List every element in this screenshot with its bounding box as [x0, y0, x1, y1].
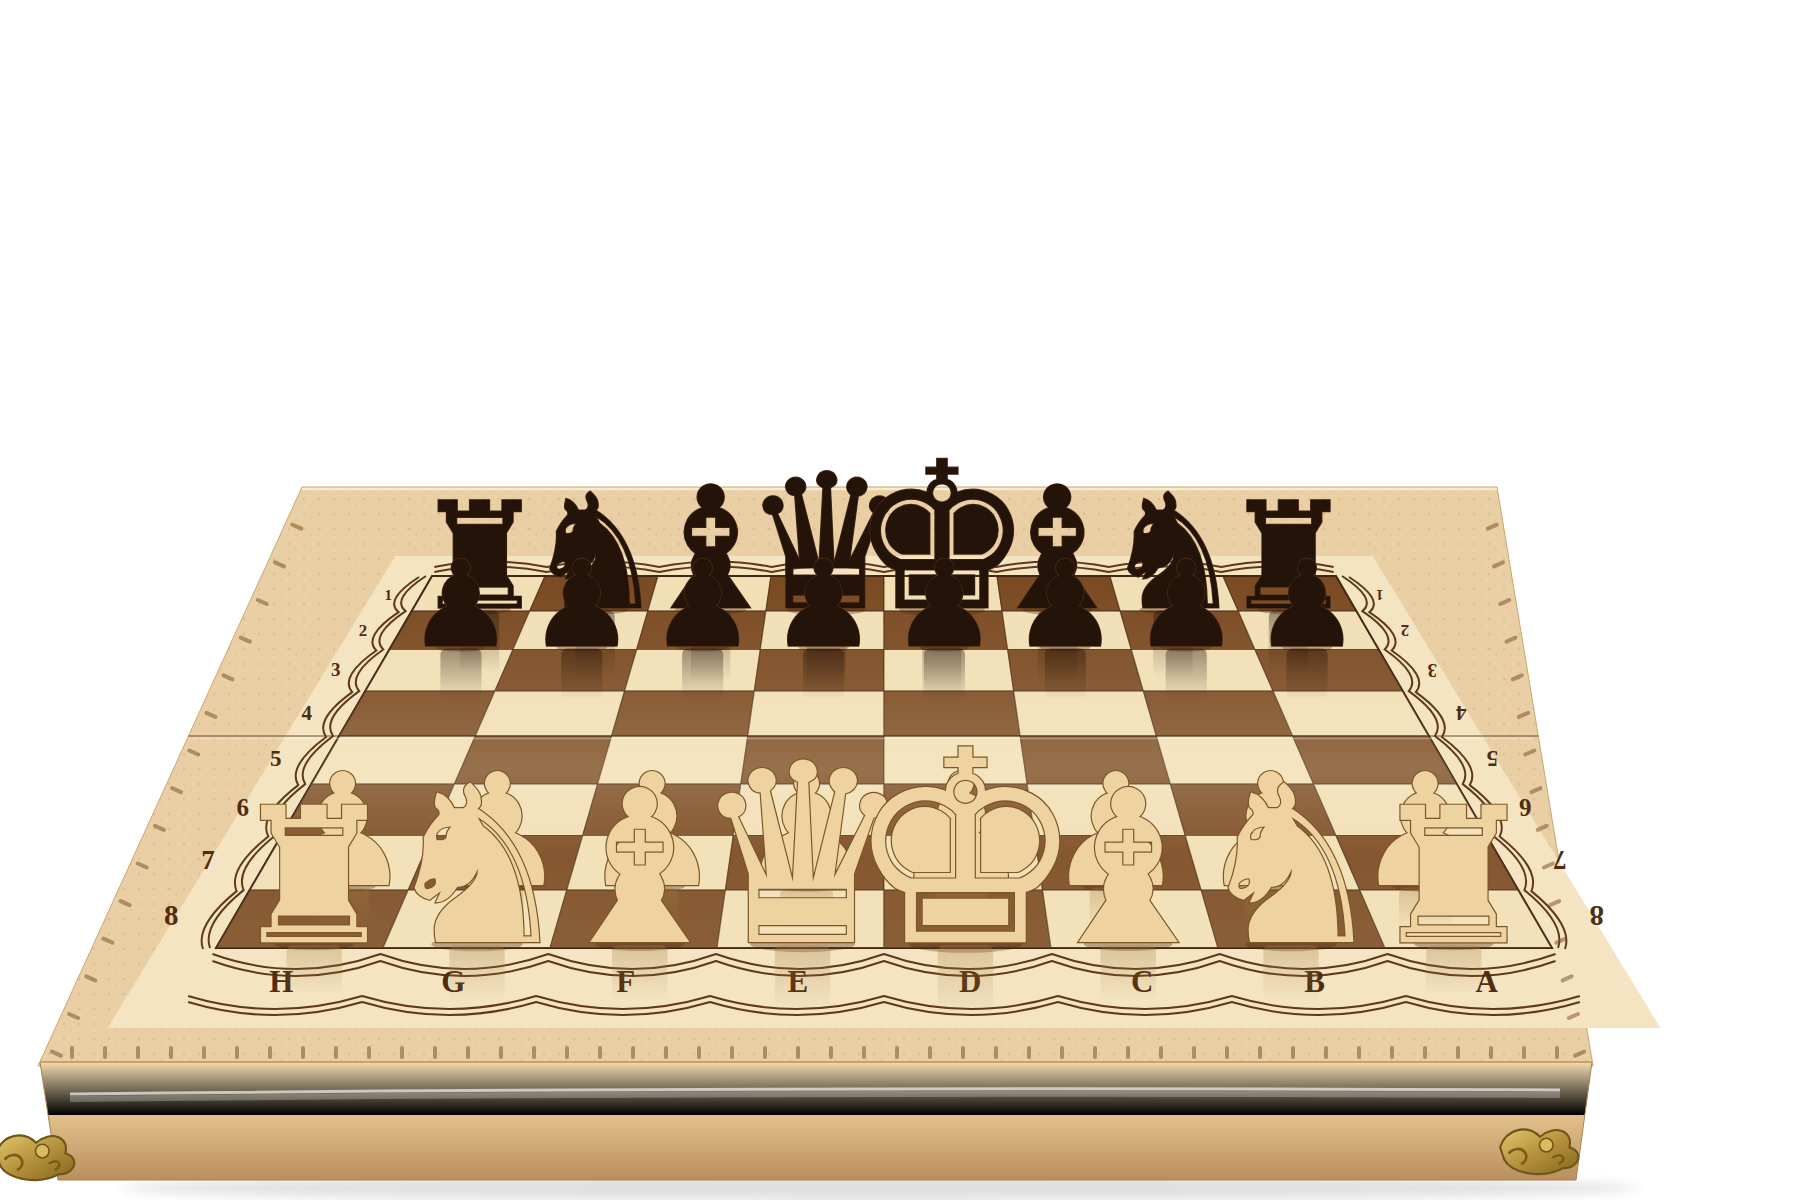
piece-light-rook-h8: ♜	[230, 767, 399, 986]
piece-dark-pawn-d2: ♟	[891, 535, 999, 674]
piece-dark-pawn-b2: ♟	[1132, 535, 1240, 674]
rank-label-left-1: 1	[385, 587, 393, 603]
piece-dark-pawn-c2: ♟	[1012, 535, 1120, 674]
rank-label-right-4: 4	[1456, 701, 1467, 725]
rank-label-right-3: 3	[1427, 660, 1437, 681]
rank-label-left-3: 3	[331, 659, 341, 680]
rank-label-left-7: 7	[201, 845, 215, 875]
piece-dark-pawn-g2: ♟	[528, 535, 636, 674]
brass-clasp-right	[1500, 1129, 1578, 1174]
piece-light-rook-a8: ♜	[1370, 767, 1539, 986]
rank-label-right-1: 1	[1376, 587, 1384, 603]
rank-label-left-4: 4	[301, 701, 312, 725]
piece-light-knight-b8: ♞	[1193, 740, 1388, 993]
chessboard-photo: HGFEDCBA1122334455667788 ♜♞♝♛♚♝♞♜♟♟♟♟♟♟♟…	[0, 0, 1799, 1200]
box-front-face	[40, 1062, 1592, 1180]
brass-clasp-left	[0, 1135, 74, 1180]
rank-label-right-8: 8	[1589, 900, 1604, 932]
rank-label-right-2: 2	[1401, 621, 1410, 640]
piece-dark-pawn-e2: ♟	[770, 535, 878, 674]
rank-label-left-2: 2	[359, 621, 368, 640]
rank-label-right-7: 7	[1553, 845, 1567, 875]
rank-label-left-8: 8	[164, 899, 179, 931]
piece-dark-pawn-a2: ♟	[1253, 535, 1361, 674]
chess-set-photo: HGFEDCBA1122334455667788 ♜♞♝♛♚♝♞♜♟♟♟♟♟♟♟…	[0, 0, 1799, 1200]
piece-dark-pawn-h2: ♟	[407, 535, 515, 674]
piece-dark-pawn-f2: ♟	[649, 535, 757, 674]
